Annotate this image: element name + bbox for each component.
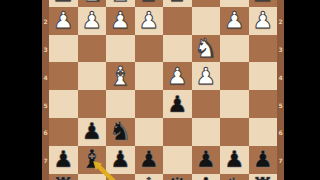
square-a2[interactable]: ♟ <box>249 7 278 35</box>
square-d4[interactable]: ♟ <box>163 62 192 90</box>
square-e3[interactable] <box>135 35 164 63</box>
rank-label-3-left: 3 <box>42 46 49 54</box>
white-rook-icon: ♜ <box>52 0 75 6</box>
black-pawn-icon: ♟ <box>252 146 273 173</box>
white-knight-icon: ♞ <box>194 35 217 62</box>
square-a7[interactable]: ♟ <box>249 146 278 174</box>
square-f3[interactable] <box>106 35 135 63</box>
square-g4[interactable] <box>78 62 107 90</box>
white-pawn-icon: ♟ <box>110 7 131 34</box>
square-e4[interactable] <box>135 62 164 90</box>
black-king-icon: ♚ <box>137 174 160 180</box>
square-c8[interactable]: ♝ <box>192 174 221 180</box>
black-pawn-icon: ♟ <box>138 146 159 173</box>
white-pawn-icon: ♟ <box>195 63 216 90</box>
white-pawn-icon: ♟ <box>53 7 74 34</box>
white-pawn-icon: ♟ <box>138 7 159 34</box>
square-h8[interactable]: ♜ <box>49 174 78 180</box>
black-rook-icon: ♜ <box>52 174 75 180</box>
square-a8[interactable]: ♜ <box>249 174 278 180</box>
square-b4[interactable] <box>220 62 249 90</box>
square-d5[interactable]: ♟ <box>163 90 192 118</box>
white-bishop-icon: ♝ <box>109 0 132 6</box>
square-g7[interactable]: ♝ <box>78 146 107 174</box>
square-b5[interactable] <box>220 90 249 118</box>
square-f8[interactable] <box>106 174 135 180</box>
square-h2[interactable]: ♟ <box>49 7 78 35</box>
square-g8[interactable] <box>78 174 107 180</box>
square-g5[interactable] <box>78 90 107 118</box>
square-e1[interactable]: ♚ <box>135 0 164 7</box>
square-d3[interactable] <box>163 35 192 63</box>
square-c1[interactable] <box>192 0 221 7</box>
square-a3[interactable] <box>249 35 278 63</box>
white-queen-icon: ♛ <box>166 0 189 6</box>
square-g1[interactable]: ♞ <box>78 0 107 7</box>
square-a6[interactable] <box>249 118 278 146</box>
black-pawn-icon: ♟ <box>167 91 188 118</box>
square-g6[interactable]: ♟ <box>78 118 107 146</box>
board-border-left: 234567 <box>42 0 49 180</box>
square-f2[interactable]: ♟ <box>106 7 135 35</box>
black-pawn-icon: ♟ <box>53 146 74 173</box>
square-g2[interactable]: ♟ <box>78 7 107 35</box>
rank-label-3-right: 3 <box>277 46 284 54</box>
square-c7[interactable]: ♟ <box>192 146 221 174</box>
rank-label-2-right: 2 <box>277 18 284 26</box>
square-d1[interactable]: ♛ <box>163 0 192 7</box>
square-c2[interactable] <box>192 7 221 35</box>
white-pawn-icon: ♟ <box>167 63 188 90</box>
black-pawn-icon: ♟ <box>110 146 131 173</box>
letterbox-left <box>0 0 42 180</box>
square-f4[interactable]: ♝ <box>106 62 135 90</box>
square-a5[interactable] <box>249 90 278 118</box>
rank-label-4-left: 4 <box>42 74 49 82</box>
black-queen-icon: ♛ <box>166 174 189 180</box>
chess-board: ♜♞♝♚♛♜♟♟♟♟♟♟♞♝♟♟♟♟♞♟♝♟♟♟♟♟♜♚♛♝♞♜ <box>49 0 277 180</box>
square-b2[interactable]: ♟ <box>220 7 249 35</box>
black-knight-icon: ♞ <box>109 118 132 145</box>
square-e7[interactable]: ♟ <box>135 146 164 174</box>
rank-label-4-right: 4 <box>277 74 284 82</box>
square-d6[interactable] <box>163 118 192 146</box>
square-c5[interactable] <box>192 90 221 118</box>
square-g3[interactable] <box>78 35 107 63</box>
board-border-right: 234567 <box>277 0 284 180</box>
square-f1[interactable]: ♝ <box>106 0 135 7</box>
square-b3[interactable] <box>220 35 249 63</box>
rank-label-5-left: 5 <box>42 102 49 110</box>
square-h4[interactable] <box>49 62 78 90</box>
square-a4[interactable] <box>249 62 278 90</box>
letterbox-right <box>284 0 320 180</box>
white-knight-icon: ♞ <box>80 0 103 6</box>
black-rook-icon: ♜ <box>251 174 274 180</box>
black-bishop-icon: ♝ <box>194 174 217 180</box>
black-bishop-icon: ♝ <box>80 146 103 173</box>
square-h3[interactable] <box>49 35 78 63</box>
square-d8[interactable]: ♛ <box>163 174 192 180</box>
rank-label-6-right: 6 <box>277 129 284 137</box>
square-a1[interactable]: ♜ <box>249 0 278 7</box>
rank-label-6-left: 6 <box>42 129 49 137</box>
square-d2[interactable] <box>163 7 192 35</box>
square-e5[interactable] <box>135 90 164 118</box>
white-pawn-icon: ♟ <box>81 7 102 34</box>
white-pawn-icon: ♟ <box>252 7 273 34</box>
square-e8[interactable]: ♚ <box>135 174 164 180</box>
square-d7[interactable] <box>163 146 192 174</box>
square-f6[interactable]: ♞ <box>106 118 135 146</box>
black-pawn-icon: ♟ <box>195 146 216 173</box>
square-c3[interactable]: ♞ <box>192 35 221 63</box>
square-h6[interactable] <box>49 118 78 146</box>
square-h5[interactable] <box>49 90 78 118</box>
square-h1[interactable]: ♜ <box>49 0 78 7</box>
square-e2[interactable]: ♟ <box>135 7 164 35</box>
black-pawn-icon: ♟ <box>81 118 102 145</box>
white-pawn-icon: ♟ <box>224 7 245 34</box>
square-c4[interactable]: ♟ <box>192 62 221 90</box>
square-c6[interactable] <box>192 118 221 146</box>
white-rook-icon: ♜ <box>251 0 274 6</box>
white-bishop-icon: ♝ <box>109 63 132 90</box>
rank-label-7-left: 7 <box>42 157 49 165</box>
square-b8[interactable]: ♞ <box>220 174 249 180</box>
square-h7[interactable]: ♟ <box>49 146 78 174</box>
square-b7[interactable]: ♟ <box>220 146 249 174</box>
black-pawn-icon: ♟ <box>224 146 245 173</box>
square-e6[interactable] <box>135 118 164 146</box>
square-f5[interactable] <box>106 90 135 118</box>
white-king-icon: ♚ <box>137 0 160 6</box>
rank-label-2-left: 2 <box>42 18 49 26</box>
rank-label-7-right: 7 <box>277 157 284 165</box>
square-b6[interactable] <box>220 118 249 146</box>
square-b1[interactable] <box>220 0 249 7</box>
square-f7[interactable]: ♟ <box>106 146 135 174</box>
black-knight-icon: ♞ <box>223 174 246 180</box>
rank-label-5-right: 5 <box>277 102 284 110</box>
